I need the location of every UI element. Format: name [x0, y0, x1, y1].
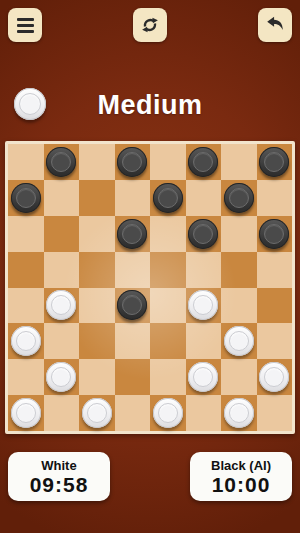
app-root: Medium White 09:58 Black (AI) 10:00 [0, 0, 300, 533]
square-h3[interactable] [257, 323, 293, 359]
white-piece[interactable] [46, 290, 76, 320]
square-a4[interactable] [8, 288, 44, 324]
square-h6[interactable] [257, 216, 293, 252]
square-b8[interactable] [44, 144, 80, 180]
square-d3[interactable] [115, 323, 151, 359]
square-f7[interactable] [186, 180, 222, 216]
checkers-board [5, 141, 295, 434]
square-h7[interactable] [257, 180, 293, 216]
square-d5[interactable] [115, 252, 151, 288]
square-a7[interactable] [8, 180, 44, 216]
square-b2[interactable] [44, 359, 80, 395]
square-b3[interactable] [44, 323, 80, 359]
square-a2[interactable] [8, 359, 44, 395]
square-g5[interactable] [221, 252, 257, 288]
square-h8[interactable] [257, 144, 293, 180]
square-f3[interactable] [186, 323, 222, 359]
white-piece[interactable] [188, 290, 218, 320]
square-b7[interactable] [44, 180, 80, 216]
undo-icon [264, 14, 286, 36]
square-b4[interactable] [44, 288, 80, 324]
square-g4[interactable] [221, 288, 257, 324]
square-e7[interactable] [150, 180, 186, 216]
square-g6[interactable] [221, 216, 257, 252]
square-f5[interactable] [186, 252, 222, 288]
square-c2[interactable] [79, 359, 115, 395]
square-c3[interactable] [79, 323, 115, 359]
white-clock: White 09:58 [8, 452, 110, 501]
square-e2[interactable] [150, 359, 186, 395]
square-c4[interactable] [79, 288, 115, 324]
square-h5[interactable] [257, 252, 293, 288]
black-piece[interactable] [153, 183, 183, 213]
square-e6[interactable] [150, 216, 186, 252]
square-c6[interactable] [79, 216, 115, 252]
square-e1[interactable] [150, 395, 186, 431]
square-d7[interactable] [115, 180, 151, 216]
square-d2[interactable] [115, 359, 151, 395]
white-piece[interactable] [82, 398, 112, 428]
black-piece[interactable] [188, 219, 218, 249]
square-c1[interactable] [79, 395, 115, 431]
white-piece[interactable] [259, 362, 289, 392]
black-piece[interactable] [11, 183, 41, 213]
black-piece[interactable] [117, 147, 147, 177]
square-h2[interactable] [257, 359, 293, 395]
square-g7[interactable] [221, 180, 257, 216]
square-g1[interactable] [221, 395, 257, 431]
square-f8[interactable] [186, 144, 222, 180]
undo-button[interactable] [258, 8, 292, 42]
square-e5[interactable] [150, 252, 186, 288]
white-piece[interactable] [224, 326, 254, 356]
square-a8[interactable] [8, 144, 44, 180]
black-piece[interactable] [188, 147, 218, 177]
restart-button[interactable] [133, 8, 167, 42]
white-piece[interactable] [153, 398, 183, 428]
black-clock-label: Black (AI) [211, 458, 271, 473]
square-f4[interactable] [186, 288, 222, 324]
square-c5[interactable] [79, 252, 115, 288]
square-e8[interactable] [150, 144, 186, 180]
black-piece[interactable] [117, 219, 147, 249]
square-f2[interactable] [186, 359, 222, 395]
square-f6[interactable] [186, 216, 222, 252]
black-piece[interactable] [46, 147, 76, 177]
black-piece[interactable] [117, 290, 147, 320]
square-c7[interactable] [79, 180, 115, 216]
square-g8[interactable] [221, 144, 257, 180]
square-g3[interactable] [221, 323, 257, 359]
square-e4[interactable] [150, 288, 186, 324]
white-clock-label: White [41, 458, 76, 473]
square-e3[interactable] [150, 323, 186, 359]
square-b5[interactable] [44, 252, 80, 288]
square-a6[interactable] [8, 216, 44, 252]
square-f1[interactable] [186, 395, 222, 431]
menu-button[interactable] [8, 8, 42, 42]
turn-indicator-piece [14, 88, 46, 120]
square-d8[interactable] [115, 144, 151, 180]
square-a1[interactable] [8, 395, 44, 431]
square-g2[interactable] [221, 359, 257, 395]
square-h4[interactable] [257, 288, 293, 324]
white-clock-time: 09:58 [30, 473, 89, 496]
black-clock: Black (AI) 10:00 [190, 452, 292, 501]
square-h1[interactable] [257, 395, 293, 431]
square-d1[interactable] [115, 395, 151, 431]
white-piece[interactable] [11, 398, 41, 428]
black-piece[interactable] [259, 147, 289, 177]
hamburger-menu-icon [17, 18, 34, 33]
white-piece[interactable] [11, 326, 41, 356]
restart-icon [139, 14, 161, 36]
board-grid [8, 144, 292, 431]
black-piece[interactable] [259, 219, 289, 249]
square-c8[interactable] [79, 144, 115, 180]
white-piece[interactable] [188, 362, 218, 392]
square-b1[interactable] [44, 395, 80, 431]
square-b6[interactable] [44, 216, 80, 252]
square-d4[interactable] [115, 288, 151, 324]
white-piece[interactable] [224, 398, 254, 428]
square-a5[interactable] [8, 252, 44, 288]
black-piece[interactable] [224, 183, 254, 213]
square-a3[interactable] [8, 323, 44, 359]
square-d6[interactable] [115, 216, 151, 252]
black-clock-time: 10:00 [212, 473, 271, 496]
white-piece[interactable] [46, 362, 76, 392]
